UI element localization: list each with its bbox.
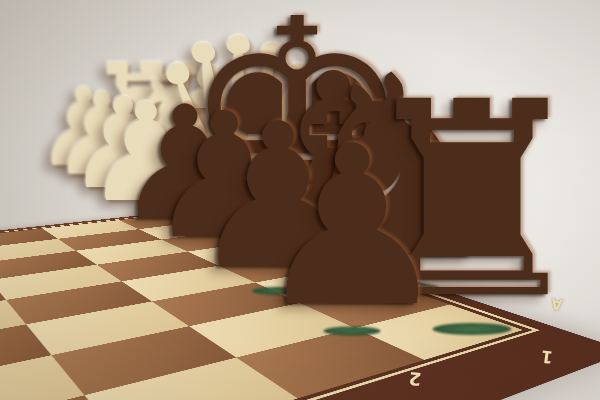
coordinate-label-1: 1 <box>540 346 554 367</box>
piece-dark-pawn-h2[interactable]: ♟ <box>253 117 450 337</box>
coordinate-label-A: A <box>550 294 564 313</box>
coordinate-label-2: 2 <box>408 368 423 390</box>
chess-photo-scene: ♟♟♜♟♞♝♟♛♚♟♝♟♞♟♜♟ A12 <box>0 0 600 400</box>
pieces-layer: ♟♟♜♟♞♝♟♛♚♟♝♟♞♟♜♟ <box>0 0 600 400</box>
